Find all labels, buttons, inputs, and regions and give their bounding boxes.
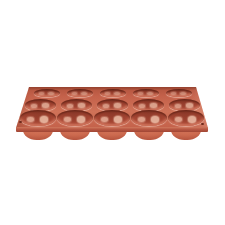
mold-cavity <box>61 99 92 111</box>
mold-cavity <box>20 110 56 126</box>
mold-cavity <box>57 110 93 126</box>
mold-cavity <box>166 89 192 97</box>
mold-cavity <box>100 89 126 97</box>
mold-cavity <box>131 110 167 126</box>
mold-cavity <box>34 89 60 97</box>
mold-cavity <box>133 99 164 111</box>
product-photo-canvas <box>0 0 225 225</box>
mold-cavity <box>94 110 130 126</box>
mold-cavity <box>97 99 128 111</box>
mold-cavity <box>168 110 204 126</box>
baking-mold <box>0 0 225 225</box>
hanging-hole-right <box>201 123 204 126</box>
mold-cavity <box>133 89 159 97</box>
mold-cavity <box>25 99 56 111</box>
mold-front-edge <box>16 127 208 132</box>
mold-cavity <box>169 99 200 111</box>
hanging-hole-left <box>19 121 22 124</box>
mold-cavity <box>67 89 93 97</box>
